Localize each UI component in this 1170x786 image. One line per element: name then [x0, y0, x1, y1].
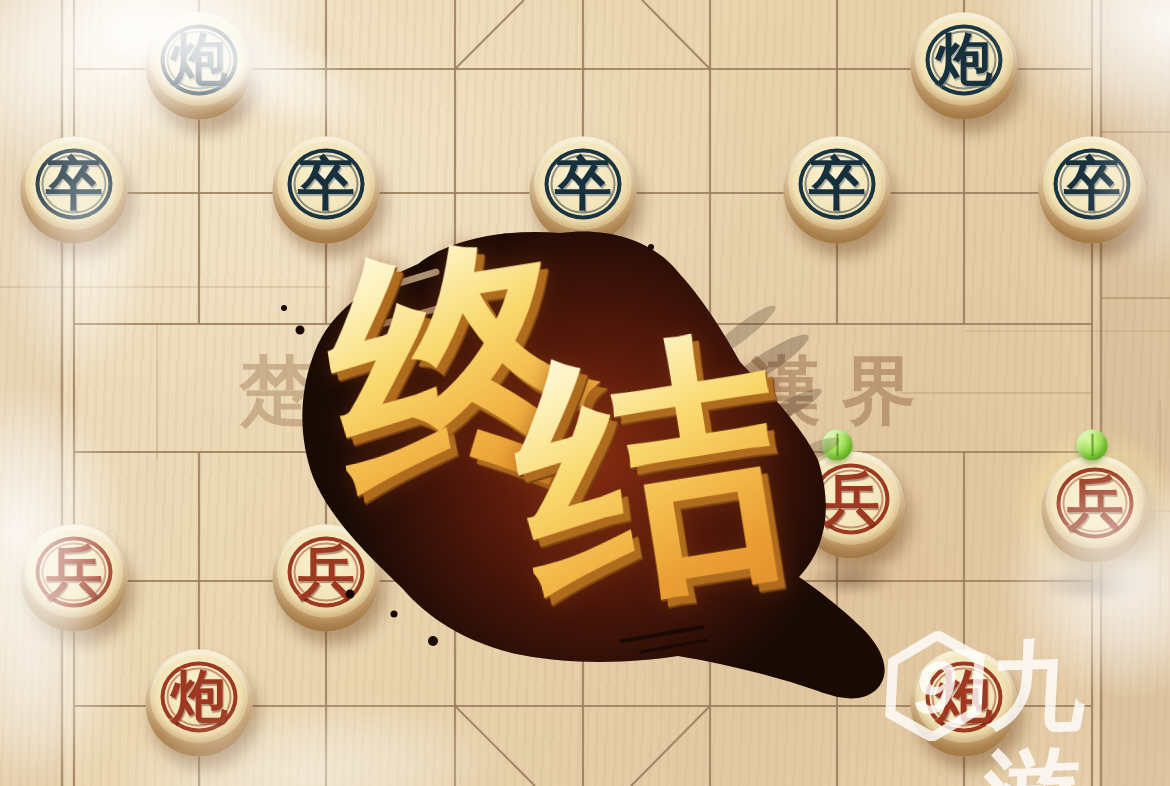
watermark-jiuyou: 9 九游 — [880, 623, 1169, 783]
watermark-text: 九游 — [980, 629, 1168, 786]
watermark-hexagon-badge: 9 — [882, 629, 988, 742]
watermark-badge-9: 9 — [912, 646, 958, 730]
game-screenshot: 楚河 漢界 炮炮卒卒卒卒卒兵兵兵兵炮炮 — [0, 0, 1170, 786]
